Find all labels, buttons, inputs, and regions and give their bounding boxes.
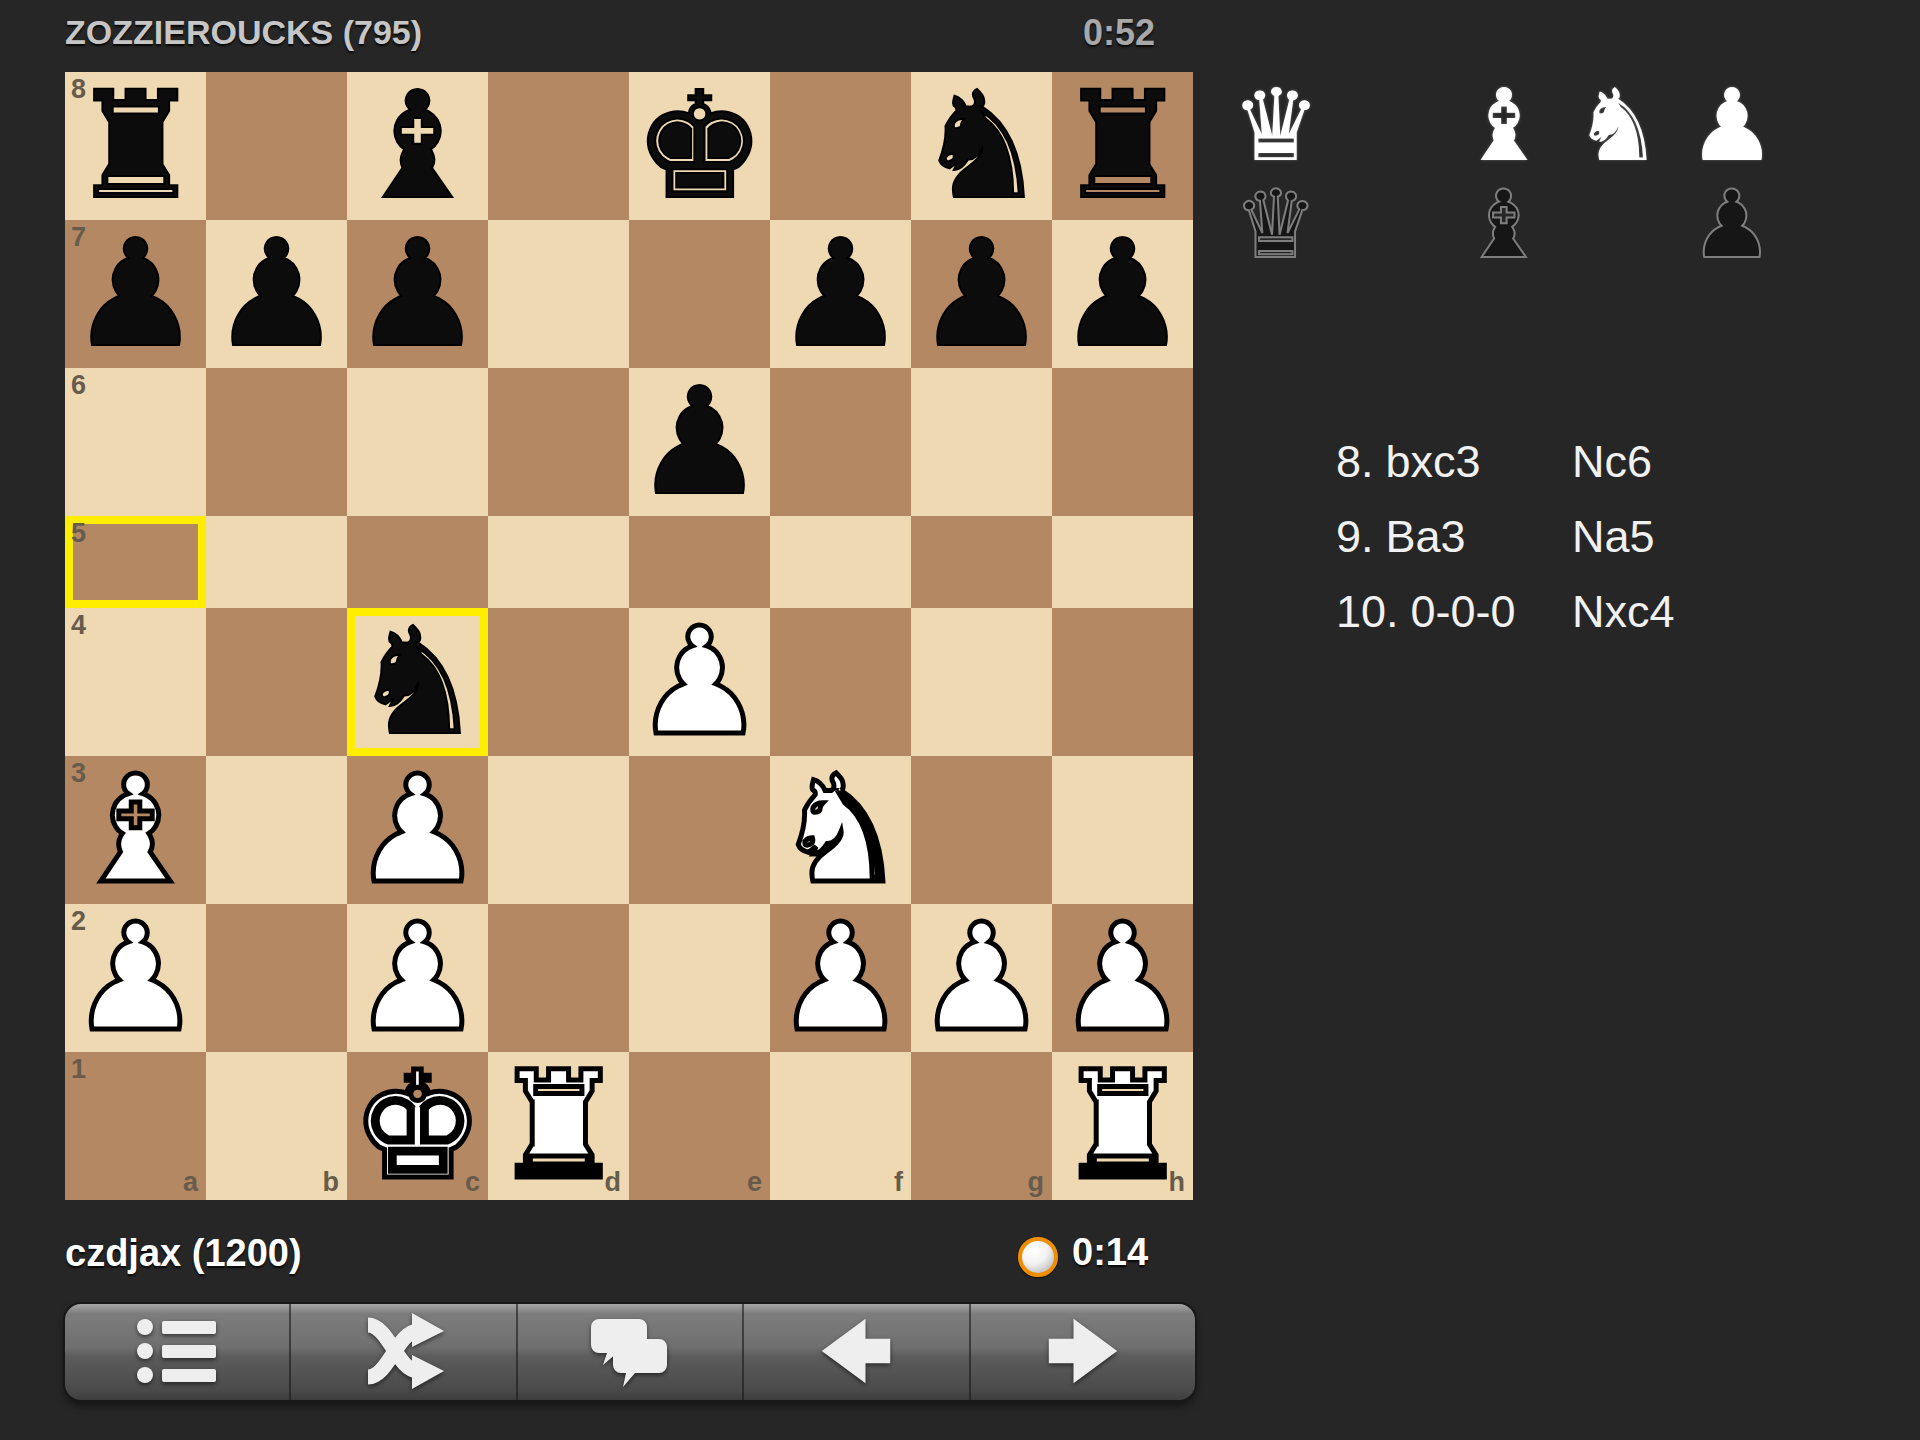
piece-black-pawn: ♟: [210, 220, 343, 368]
square-d2[interactable]: [488, 904, 629, 1052]
piece-black-knight: ♞: [351, 608, 484, 756]
square-b8[interactable]: [206, 72, 347, 220]
piece-black-pawn: ♟: [69, 220, 202, 368]
move-black-san: Nc6: [1572, 436, 1652, 487]
file-label: g: [1028, 1169, 1045, 1196]
square-d4[interactable]: [488, 608, 629, 756]
captured-slot-black-bishop: ♝: [1447, 172, 1561, 268]
rank-label: 3: [71, 760, 86, 787]
square-h8[interactable]: ♜: [1052, 72, 1193, 220]
move-black-san: Nxc4: [1572, 586, 1675, 637]
square-e6[interactable]: ♟: [629, 368, 770, 516]
bottom-player-name: czdjax (1200): [65, 1232, 302, 1275]
square-h2[interactable]: ♟: [1052, 904, 1193, 1052]
square-b3[interactable]: [206, 756, 347, 904]
square-e4[interactable]: ♟: [629, 608, 770, 756]
square-f2[interactable]: ♟: [770, 904, 911, 1052]
captured-slot-black-rook: [1333, 172, 1447, 268]
file-label: f: [894, 1169, 903, 1196]
square-c2[interactable]: ♟: [347, 904, 488, 1052]
move-black[interactable]: Nc6: [1572, 436, 1652, 488]
rank-label: 7: [71, 224, 86, 251]
square-f4[interactable]: [770, 608, 911, 756]
piece-white-king: ♚: [351, 1052, 484, 1200]
square-f1[interactable]: f: [770, 1052, 911, 1200]
turn-indicator-icon: [1018, 1237, 1058, 1277]
captured-white-queen: ♛: [1231, 80, 1321, 172]
square-c6[interactable]: [347, 368, 488, 516]
square-a3[interactable]: 3♝: [65, 756, 206, 904]
square-d8[interactable]: [488, 72, 629, 220]
rank-label: 2: [71, 908, 86, 935]
square-h4[interactable]: [1052, 608, 1193, 756]
captured-white-knight: ♞: [1573, 80, 1663, 172]
square-e1[interactable]: e: [629, 1052, 770, 1200]
chess-board: 8♜♝♚♞♜7♟♟♟♟♟♟6♟54♞♟3♝♟♞2♟♟♟♟♟1abc♚d♜efgh…: [65, 72, 1193, 1200]
square-e5[interactable]: [629, 516, 770, 608]
square-d1[interactable]: d♜: [488, 1052, 629, 1200]
square-f8[interactable]: [770, 72, 911, 220]
arrow-right-icon: [1044, 1313, 1122, 1392]
square-e8[interactable]: ♚: [629, 72, 770, 220]
move-number: 9.: [1336, 511, 1374, 563]
square-a2[interactable]: 2♟: [65, 904, 206, 1052]
captured-black-bishop: ♝: [1462, 182, 1546, 268]
chat-bubbles-icon: [591, 1313, 669, 1392]
rank-label: 5: [71, 520, 86, 547]
move-number: 8.: [1336, 436, 1374, 488]
piece-white-pawn: ♟: [1056, 904, 1189, 1052]
square-g4[interactable]: [911, 608, 1052, 756]
arrow-left-icon: [817, 1313, 895, 1392]
rank-label: 4: [71, 612, 86, 639]
square-h1[interactable]: h♜: [1052, 1052, 1193, 1200]
bottom-player-clock: 0:14: [1072, 1231, 1148, 1274]
captured-slot-white-queen: ♛: [1219, 70, 1333, 172]
top-player-name: ZOZZIEROUCKS (795): [65, 13, 422, 52]
square-e3[interactable]: [629, 756, 770, 904]
square-g6[interactable]: [911, 368, 1052, 516]
move-white[interactable]: 10.0-0-0: [1336, 586, 1572, 638]
file-label: c: [465, 1169, 480, 1196]
piece-white-pawn: ♟: [774, 904, 907, 1052]
chat-button[interactable]: [518, 1304, 744, 1400]
piece-white-pawn: ♟: [351, 756, 484, 904]
move-black[interactable]: Na5: [1572, 511, 1655, 563]
piece-black-bishop: ♝: [351, 72, 484, 220]
square-d3[interactable]: [488, 756, 629, 904]
file-label: h: [1169, 1169, 1186, 1196]
captured-white-pawn: ♟: [1687, 80, 1777, 172]
move-white-san: 0-0-0: [1411, 586, 1516, 638]
shuffle-button[interactable]: [291, 1304, 517, 1400]
move-white[interactable]: 9.Ba3: [1336, 511, 1572, 563]
piece-black-pawn: ♟: [1056, 220, 1189, 368]
piece-black-rook: ♜: [69, 72, 202, 220]
piece-white-pawn: ♟: [915, 904, 1048, 1052]
square-a7[interactable]: 7♟: [65, 220, 206, 368]
piece-black-rook: ♜: [1056, 72, 1189, 220]
square-b4[interactable]: [206, 608, 347, 756]
square-f6[interactable]: [770, 368, 911, 516]
piece-white-pawn: ♟: [69, 904, 202, 1052]
piece-black-pawn: ♟: [774, 220, 907, 368]
captured-white-bishop: ♝: [1459, 80, 1549, 172]
square-h7[interactable]: ♟: [1052, 220, 1193, 368]
captured-pieces-tray: ♛♝♞♟♛♝♟: [1219, 70, 1789, 268]
captured-slot-white-bishop: ♝: [1447, 70, 1561, 172]
square-c4[interactable]: ♞: [347, 608, 488, 756]
square-g5[interactable]: [911, 516, 1052, 608]
square-c5[interactable]: [347, 516, 488, 608]
move-white[interactable]: 8.bxc3: [1336, 436, 1572, 488]
forward-button[interactable]: [971, 1304, 1195, 1400]
captured-black-queen: ♛: [1234, 182, 1318, 268]
list-icon: [136, 1318, 218, 1387]
move-list: 8.bxc3 Nc6 9.Ba3 Na5 10.0-0-0 Nxc4: [1336, 424, 1675, 649]
shuffle-icon: [362, 1311, 446, 1394]
square-d6[interactable]: [488, 368, 629, 516]
move-row: 8.bxc3 Nc6: [1336, 424, 1675, 499]
move-row: 9.Ba3 Na5: [1336, 499, 1675, 574]
square-b6[interactable]: [206, 368, 347, 516]
move-black-san: Na5: [1572, 511, 1655, 562]
square-f7[interactable]: ♟: [770, 220, 911, 368]
rank-label: 8: [71, 76, 86, 103]
piece-black-king: ♚: [633, 72, 766, 220]
square-h6[interactable]: [1052, 368, 1193, 516]
square-c8[interactable]: ♝: [347, 72, 488, 220]
square-g7[interactable]: ♟: [911, 220, 1052, 368]
square-a6[interactable]: 6: [65, 368, 206, 516]
square-a5[interactable]: 5: [65, 516, 206, 608]
captured-slot-black-knight: [1561, 172, 1675, 268]
captured-slot-white-pawn: ♟: [1675, 70, 1789, 172]
captured-slot-white-knight: ♞: [1561, 70, 1675, 172]
piece-black-knight: ♞: [915, 72, 1048, 220]
captured-black-pawn: ♟: [1690, 182, 1774, 268]
piece-white-bishop: ♝: [69, 756, 202, 904]
square-a1[interactable]: 1a: [65, 1052, 206, 1200]
move-white-san: bxc3: [1386, 436, 1481, 488]
square-g8[interactable]: ♞: [911, 72, 1052, 220]
square-b5[interactable]: [206, 516, 347, 608]
square-b7[interactable]: ♟: [206, 220, 347, 368]
captured-slot-black-queen: ♛: [1219, 172, 1333, 268]
piece-white-pawn: ♟: [351, 904, 484, 1052]
square-f5[interactable]: [770, 516, 911, 608]
piece-white-pawn: ♟: [633, 608, 766, 756]
square-g2[interactable]: ♟: [911, 904, 1052, 1052]
captured-slot-black-pawn: ♟: [1675, 172, 1789, 268]
file-label: b: [323, 1169, 340, 1196]
piece-black-pawn: ♟: [351, 220, 484, 368]
square-d7[interactable]: [488, 220, 629, 368]
move-black[interactable]: Nxc4: [1572, 586, 1675, 638]
piece-white-knight: ♞: [774, 756, 907, 904]
square-e7[interactable]: [629, 220, 770, 368]
captured-slot-white-rook: [1333, 70, 1447, 172]
move-list-button[interactable]: [65, 1304, 291, 1400]
square-g1[interactable]: g: [911, 1052, 1052, 1200]
piece-black-pawn: ♟: [915, 220, 1048, 368]
square-b1[interactable]: b: [206, 1052, 347, 1200]
square-g3[interactable]: [911, 756, 1052, 904]
square-a4[interactable]: 4: [65, 608, 206, 756]
square-e2[interactable]: [629, 904, 770, 1052]
square-f3[interactable]: ♞: [770, 756, 911, 904]
square-b2[interactable]: [206, 904, 347, 1052]
square-d5[interactable]: [488, 516, 629, 608]
file-label: e: [747, 1169, 762, 1196]
move-number: 10.: [1336, 586, 1399, 638]
square-h5[interactable]: [1052, 516, 1193, 608]
move-white-san: Ba3: [1386, 511, 1466, 563]
square-c1[interactable]: c♚: [347, 1052, 488, 1200]
file-label: d: [605, 1169, 622, 1196]
square-c7[interactable]: ♟: [347, 220, 488, 368]
rank-label: 6: [71, 372, 86, 399]
top-player-clock: 0:52: [1083, 12, 1155, 54]
square-c3[interactable]: ♟: [347, 756, 488, 904]
square-h3[interactable]: [1052, 756, 1193, 904]
square-a8[interactable]: 8♜: [65, 72, 206, 220]
move-row: 10.0-0-0 Nxc4: [1336, 574, 1675, 649]
rank-label: 1: [71, 1056, 86, 1083]
back-button[interactable]: [744, 1304, 970, 1400]
file-label: a: [183, 1169, 198, 1196]
toolbar: [65, 1304, 1195, 1400]
piece-black-pawn: ♟: [633, 368, 766, 516]
